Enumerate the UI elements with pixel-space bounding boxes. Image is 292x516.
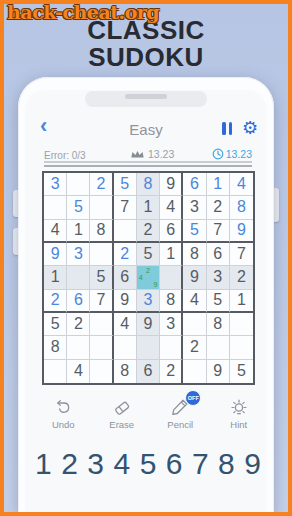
sudoku-cell-r6c8[interactable]: 5 bbox=[207, 290, 230, 313]
sudoku-cell-r9c6[interactable]: 2 bbox=[160, 360, 183, 383]
pause-button[interactable] bbox=[222, 122, 232, 135]
sudoku-cell-r9c1[interactable] bbox=[44, 360, 67, 383]
sudoku-cell-r5c2[interactable] bbox=[67, 266, 90, 289]
sudoku-cell-r4c6[interactable]: 1 bbox=[160, 243, 183, 266]
sudoku-cell-r6c9[interactable]: 1 bbox=[230, 290, 253, 313]
promo-screenshot: CLASSIC SUDOKU ‹ Easy ⚙ Error: 0/3 13.23… bbox=[0, 0, 292, 516]
sudoku-cell-r1c3[interactable]: 2 bbox=[90, 173, 113, 196]
sudoku-cell-r7c1[interactable]: 5 bbox=[44, 313, 67, 336]
pencil-button[interactable]: OFF Pencil bbox=[157, 397, 203, 430]
sudoku-cell-r2c2[interactable]: 5 bbox=[67, 196, 90, 219]
sudoku-cell-r1c4[interactable]: 5 bbox=[114, 173, 137, 196]
sudoku-cell-r4c5[interactable]: 5 bbox=[137, 243, 160, 266]
score-value: 13.23 bbox=[148, 148, 174, 160]
undo-label: Undo bbox=[52, 419, 75, 430]
sudoku-cell-r6c6[interactable]: 8 bbox=[160, 290, 183, 313]
pause-icon bbox=[222, 122, 226, 135]
sudoku-cell-r1c5[interactable]: 8 bbox=[137, 173, 160, 196]
numpad-digit-6[interactable]: 6 bbox=[166, 447, 183, 481]
sudoku-cell-r4c1[interactable]: 9 bbox=[44, 243, 67, 266]
sudoku-cell-r4c7[interactable]: 8 bbox=[183, 243, 206, 266]
sudoku-cell-r5c7[interactable]: 9 bbox=[183, 266, 206, 289]
sudoku-cell-r2c9[interactable]: 8 bbox=[230, 196, 253, 219]
phone-speaker bbox=[125, 94, 167, 99]
sudoku-cell-r5c1[interactable]: 1 bbox=[44, 266, 67, 289]
settings-button[interactable]: ⚙ bbox=[242, 117, 258, 139]
sudoku-cell-r9c2[interactable]: 4 bbox=[67, 360, 90, 383]
sudoku-cell-r4c9[interactable]: 7 bbox=[230, 243, 253, 266]
sudoku-cell-r6c3[interactable]: 7 bbox=[90, 290, 113, 313]
sudoku-cell-r2c5[interactable]: 1 bbox=[137, 196, 160, 219]
sudoku-cell-r8c6[interactable] bbox=[160, 336, 183, 359]
sudoku-cell-r5c8[interactable]: 3 bbox=[207, 266, 230, 289]
gear-icon: ⚙ bbox=[242, 118, 258, 138]
banner-title: CLASSIC SUDOKU bbox=[0, 17, 292, 71]
undo-button[interactable]: Undo bbox=[40, 397, 86, 430]
sudoku-cell-r7c2[interactable]: 2 bbox=[67, 313, 90, 336]
sudoku-cell-r7c9[interactable] bbox=[230, 313, 253, 336]
sudoku-cell-r2c8[interactable]: 2 bbox=[207, 196, 230, 219]
numpad-digit-5[interactable]: 5 bbox=[140, 447, 157, 481]
timer-display: 13.23 bbox=[212, 148, 252, 160]
numpad-digit-1[interactable]: 1 bbox=[35, 447, 52, 481]
sudoku-cell-r8c8[interactable] bbox=[207, 336, 230, 359]
sudoku-cell-r2c3[interactable] bbox=[90, 196, 113, 219]
sudoku-cell-r2c6[interactable]: 4 bbox=[160, 196, 183, 219]
hint-button[interactable]: Hint bbox=[216, 397, 262, 430]
sudoku-cell-r4c4[interactable]: 2 bbox=[114, 243, 137, 266]
watermark-text: hack-cheat.org bbox=[7, 1, 159, 23]
sudoku-grid: 3258961457143284182657993251867156249932… bbox=[42, 171, 255, 385]
sudoku-cell-r8c1[interactable]: 8 bbox=[44, 336, 67, 359]
toolbar: Undo Erase OFF Pencil bbox=[34, 397, 268, 430]
sudoku-cell-r1c1[interactable]: 3 bbox=[44, 173, 67, 196]
sudoku-cell-r3c5[interactable]: 2 bbox=[137, 220, 160, 243]
divider-line bbox=[44, 161, 252, 163]
sudoku-cell-r3c6[interactable]: 6 bbox=[160, 220, 183, 243]
sudoku-cell-r3c7[interactable]: 5 bbox=[183, 220, 206, 243]
sudoku-cell-r5c6[interactable] bbox=[160, 266, 183, 289]
clock-icon bbox=[212, 148, 224, 160]
numpad-digit-8[interactable]: 8 bbox=[218, 447, 235, 481]
sudoku-cell-r8c2[interactable] bbox=[67, 336, 90, 359]
sudoku-cell-r3c1[interactable]: 4 bbox=[44, 220, 67, 243]
sudoku-cell-r3c8[interactable]: 7 bbox=[207, 220, 230, 243]
sudoku-cell-r1c9[interactable]: 4 bbox=[230, 173, 253, 196]
divider-line bbox=[44, 165, 252, 167]
sudoku-cell-r5c3[interactable]: 5 bbox=[90, 266, 113, 289]
sudoku-cell-r8c3[interactable] bbox=[90, 336, 113, 359]
sudoku-cell-r9c4[interactable]: 8 bbox=[114, 360, 137, 383]
sudoku-cell-r4c2[interactable]: 3 bbox=[67, 243, 90, 266]
sudoku-cell-r1c2[interactable] bbox=[67, 173, 90, 196]
erase-label: Erase bbox=[109, 419, 134, 430]
sudoku-cell-r5c9[interactable]: 2 bbox=[230, 266, 253, 289]
banner-line2: SUDOKU bbox=[0, 44, 292, 71]
numpad-digit-3[interactable]: 3 bbox=[87, 447, 104, 481]
score-display: 13.23 bbox=[130, 148, 174, 160]
numpad-digit-9[interactable]: 9 bbox=[244, 447, 261, 481]
sudoku-cell-r6c5[interactable]: 3 bbox=[137, 290, 160, 313]
sudoku-cell-r9c3[interactable] bbox=[90, 360, 113, 383]
sudoku-cell-r6c7[interactable]: 4 bbox=[183, 290, 206, 313]
sudoku-cell-r9c5[interactable]: 6 bbox=[137, 360, 160, 383]
pause-icon bbox=[229, 122, 233, 135]
number-pad: 123456789 bbox=[35, 447, 261, 481]
sudoku-cell-r4c8[interactable]: 6 bbox=[207, 243, 230, 266]
sudoku-cell-r5c4[interactable]: 6 bbox=[114, 266, 137, 289]
undo-icon bbox=[53, 397, 73, 417]
sudoku-cell-r3c9[interactable]: 9 bbox=[230, 220, 253, 243]
numpad-digit-4[interactable]: 4 bbox=[113, 447, 130, 481]
hint-label: Hint bbox=[230, 419, 247, 430]
numpad-digit-7[interactable]: 7 bbox=[192, 447, 209, 481]
sudoku-cell-r8c4[interactable] bbox=[114, 336, 137, 359]
sudoku-cell-r5c5[interactable]: 249 bbox=[137, 266, 160, 289]
timer-value: 13.23 bbox=[226, 148, 252, 160]
sudoku-cell-r1c6[interactable]: 9 bbox=[160, 173, 183, 196]
sudoku-cell-r6c4[interactable]: 9 bbox=[114, 290, 137, 313]
sudoku-cell-r2c7[interactable]: 3 bbox=[183, 196, 206, 219]
erase-button[interactable]: Erase bbox=[99, 397, 145, 430]
sudoku-cell-r2c4[interactable]: 7 bbox=[114, 196, 137, 219]
sudoku-cell-r9c7[interactable] bbox=[183, 360, 206, 383]
numpad-digit-2[interactable]: 2 bbox=[61, 447, 78, 481]
sudoku-cell-r7c3[interactable] bbox=[90, 313, 113, 336]
error-counter: Error: 0/3 bbox=[44, 150, 86, 161]
sudoku-cell-r2c1[interactable] bbox=[44, 196, 67, 219]
sudoku-cell-r3c3[interactable]: 8 bbox=[90, 220, 113, 243]
sudoku-cell-r9c9[interactable]: 5 bbox=[230, 360, 253, 383]
pencil-label: Pencil bbox=[167, 419, 193, 430]
sudoku-cell-r8c7[interactable]: 2 bbox=[183, 336, 206, 359]
sudoku-cell-r8c9[interactable] bbox=[230, 336, 253, 359]
sudoku-cell-r4c3[interactable] bbox=[90, 243, 113, 266]
sudoku-cell-r6c1[interactable]: 2 bbox=[44, 290, 67, 313]
sudoku-cell-r3c4[interactable] bbox=[114, 220, 137, 243]
sudoku-cell-r7c5[interactable]: 9 bbox=[137, 313, 160, 336]
sudoku-cell-r7c7[interactable] bbox=[183, 313, 206, 336]
sudoku-cell-r9c8[interactable]: 9 bbox=[207, 360, 230, 383]
pencil-off-badge: OFF bbox=[185, 390, 201, 406]
sudoku-cell-r7c4[interactable]: 4 bbox=[114, 313, 137, 336]
sudoku-cell-r1c7[interactable]: 6 bbox=[183, 173, 206, 196]
hint-bulb-icon bbox=[229, 397, 249, 417]
sudoku-cell-r1c8[interactable]: 1 bbox=[207, 173, 230, 196]
sudoku-cell-r3c2[interactable]: 1 bbox=[67, 220, 90, 243]
crown-icon bbox=[130, 149, 145, 159]
sudoku-cell-r7c6[interactable]: 3 bbox=[160, 313, 183, 336]
sudoku-cell-r7c8[interactable]: 8 bbox=[207, 313, 230, 336]
eraser-icon bbox=[112, 397, 132, 417]
sudoku-cell-r6c2[interactable]: 6 bbox=[67, 290, 90, 313]
pencil-notes: 249 bbox=[137, 266, 159, 288]
sudoku-cell-r8c5[interactable] bbox=[137, 336, 160, 359]
